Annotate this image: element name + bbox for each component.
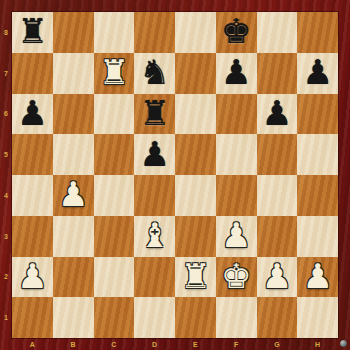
square-c3[interactable] — [94, 216, 135, 257]
white-bishop[interactable]: ♝ — [139, 218, 169, 252]
square-e7[interactable] — [175, 53, 216, 94]
file-labels: ABCDEFGH — [12, 338, 338, 350]
square-a4[interactable] — [12, 175, 53, 216]
black-pawn[interactable]: ♟ — [262, 96, 292, 130]
square-f1[interactable] — [216, 297, 257, 338]
square-d1[interactable] — [134, 297, 175, 338]
white-king[interactable]: ♚ — [221, 259, 251, 293]
square-d2[interactable] — [134, 257, 175, 298]
square-a8[interactable]: ♜ — [12, 12, 53, 53]
square-e5[interactable] — [175, 134, 216, 175]
rank-label-5: 5 — [0, 134, 12, 175]
black-pawn[interactable]: ♟ — [17, 96, 47, 130]
square-b7[interactable] — [53, 53, 94, 94]
square-h1[interactable] — [297, 297, 338, 338]
square-g2[interactable]: ♟ — [257, 257, 298, 298]
square-h4[interactable] — [297, 175, 338, 216]
white-pawn[interactable]: ♟ — [58, 177, 88, 211]
square-f8[interactable]: ♚ — [216, 12, 257, 53]
file-label-d: D — [134, 338, 175, 350]
square-h8[interactable] — [297, 12, 338, 53]
square-b8[interactable] — [53, 12, 94, 53]
file-label-a: A — [12, 338, 53, 350]
square-g7[interactable] — [257, 53, 298, 94]
square-f5[interactable] — [216, 134, 257, 175]
black-pawn[interactable]: ♟ — [139, 137, 169, 171]
white-rook[interactable]: ♜ — [99, 55, 129, 89]
rank-label-2: 2 — [0, 257, 12, 298]
square-h2[interactable]: ♟ — [297, 257, 338, 298]
square-d3[interactable]: ♝ — [134, 216, 175, 257]
square-c5[interactable] — [94, 134, 135, 175]
square-h6[interactable] — [297, 94, 338, 135]
rank-label-1: 1 — [0, 297, 12, 338]
rank-label-4: 4 — [0, 175, 12, 216]
square-c8[interactable] — [94, 12, 135, 53]
square-a2[interactable]: ♟ — [12, 257, 53, 298]
square-b1[interactable] — [53, 297, 94, 338]
square-g6[interactable]: ♟ — [257, 94, 298, 135]
square-f6[interactable] — [216, 94, 257, 135]
square-g4[interactable] — [257, 175, 298, 216]
square-e1[interactable] — [175, 297, 216, 338]
black-rook[interactable]: ♜ — [139, 96, 169, 130]
white-rook[interactable]: ♜ — [180, 259, 210, 293]
square-d4[interactable] — [134, 175, 175, 216]
square-e2[interactable]: ♜ — [175, 257, 216, 298]
square-d7[interactable]: ♞ — [134, 53, 175, 94]
square-e6[interactable] — [175, 94, 216, 135]
square-g8[interactable] — [257, 12, 298, 53]
file-label-h: H — [297, 338, 338, 350]
square-b3[interactable] — [53, 216, 94, 257]
white-pawn[interactable]: ♟ — [302, 259, 332, 293]
black-knight[interactable]: ♞ — [139, 55, 169, 89]
square-h5[interactable] — [297, 134, 338, 175]
square-g1[interactable] — [257, 297, 298, 338]
square-a1[interactable] — [12, 297, 53, 338]
white-pawn[interactable]: ♟ — [221, 218, 251, 252]
square-f3[interactable]: ♟ — [216, 216, 257, 257]
square-f4[interactable] — [216, 175, 257, 216]
chess-board-frame: 87654321 ABCDEFGH ♜♚♜♞♟♟♟♜♟♟♟♝♟♟♜♚♟♟ — [0, 0, 350, 350]
file-label-f: F — [216, 338, 257, 350]
chess-board: ♜♚♜♞♟♟♟♜♟♟♟♝♟♟♜♚♟♟ — [12, 12, 338, 338]
file-label-b: B — [53, 338, 94, 350]
square-c1[interactable] — [94, 297, 135, 338]
square-h7[interactable]: ♟ — [297, 53, 338, 94]
file-label-c: C — [94, 338, 135, 350]
file-label-g: G — [257, 338, 298, 350]
rank-label-7: 7 — [0, 53, 12, 94]
rank-label-6: 6 — [0, 94, 12, 135]
corner-screw-icon — [340, 340, 347, 347]
file-label-e: E — [175, 338, 216, 350]
square-c2[interactable] — [94, 257, 135, 298]
square-a3[interactable] — [12, 216, 53, 257]
square-e8[interactable] — [175, 12, 216, 53]
square-e4[interactable] — [175, 175, 216, 216]
square-a5[interactable] — [12, 134, 53, 175]
square-f2[interactable]: ♚ — [216, 257, 257, 298]
square-d6[interactable]: ♜ — [134, 94, 175, 135]
rank-label-3: 3 — [0, 216, 12, 257]
white-pawn[interactable]: ♟ — [17, 259, 47, 293]
white-pawn[interactable]: ♟ — [262, 259, 292, 293]
square-b6[interactable] — [53, 94, 94, 135]
square-a6[interactable]: ♟ — [12, 94, 53, 135]
rank-labels: 87654321 — [0, 12, 12, 338]
square-c7[interactable]: ♜ — [94, 53, 135, 94]
square-a7[interactable] — [12, 53, 53, 94]
black-pawn[interactable]: ♟ — [221, 55, 251, 89]
square-b4[interactable]: ♟ — [53, 175, 94, 216]
square-g3[interactable] — [257, 216, 298, 257]
square-d8[interactable] — [134, 12, 175, 53]
square-c4[interactable] — [94, 175, 135, 216]
square-h3[interactable] — [297, 216, 338, 257]
rank-label-8: 8 — [0, 12, 12, 53]
square-d5[interactable]: ♟ — [134, 134, 175, 175]
square-e3[interactable] — [175, 216, 216, 257]
square-g5[interactable] — [257, 134, 298, 175]
square-f7[interactable]: ♟ — [216, 53, 257, 94]
square-c6[interactable] — [94, 94, 135, 135]
black-king[interactable]: ♚ — [221, 14, 251, 48]
black-pawn[interactable]: ♟ — [302, 55, 332, 89]
square-b2[interactable] — [53, 257, 94, 298]
square-b5[interactable] — [53, 134, 94, 175]
black-rook[interactable]: ♜ — [17, 14, 47, 48]
